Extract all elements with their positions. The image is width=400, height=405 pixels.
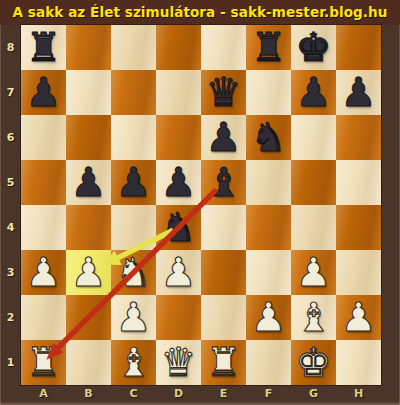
square-f3[interactable] — [246, 250, 291, 295]
piece-white-pawn[interactable]: ♟ — [66, 250, 111, 295]
piece-black-rook[interactable]: ♜ — [246, 25, 291, 70]
square-d1[interactable]: ♛ — [156, 340, 201, 385]
piece-black-pawn[interactable]: ♟ — [21, 70, 66, 115]
rank-label-1: 1 — [0, 340, 21, 385]
chess-app-window: A sakk az Élet szimulátora - sakk-mester… — [0, 0, 400, 405]
file-label-e: E — [201, 385, 246, 405]
square-g7[interactable]: ♟ — [291, 70, 336, 115]
square-a1[interactable]: ♜ — [21, 340, 66, 385]
title-bar: A sakk az Élet szimulátora - sakk-mester… — [0, 0, 400, 25]
square-b5[interactable]: ♟ — [66, 160, 111, 205]
square-e7[interactable]: ♛ — [201, 70, 246, 115]
piece-black-knight[interactable]: ♞ — [156, 205, 201, 250]
square-a6[interactable] — [21, 115, 66, 160]
piece-white-pawn[interactable]: ♟ — [21, 250, 66, 295]
square-f7[interactable] — [246, 70, 291, 115]
file-label-b: B — [66, 385, 111, 405]
piece-white-pawn[interactable]: ♟ — [156, 250, 201, 295]
square-e6[interactable]: ♟ — [201, 115, 246, 160]
rank-label-6: 6 — [0, 115, 21, 160]
piece-white-pawn[interactable]: ♟ — [246, 295, 291, 340]
file-label-d: D — [156, 385, 201, 405]
square-b2[interactable] — [66, 295, 111, 340]
piece-black-king[interactable]: ♚ — [291, 25, 336, 70]
square-g6[interactable] — [291, 115, 336, 160]
square-g2[interactable]: ♝ — [291, 295, 336, 340]
piece-black-pawn[interactable]: ♟ — [156, 160, 201, 205]
square-b1[interactable] — [66, 340, 111, 385]
square-a2[interactable] — [21, 295, 66, 340]
rank-labels: 87654321 — [0, 25, 21, 385]
file-label-g: G — [291, 385, 336, 405]
square-h3[interactable] — [336, 250, 381, 295]
square-c4[interactable] — [111, 205, 156, 250]
square-b6[interactable] — [66, 115, 111, 160]
square-h8[interactable] — [336, 25, 381, 70]
piece-black-bishop[interactable]: ♝ — [201, 160, 246, 205]
square-c2[interactable]: ♟ — [111, 295, 156, 340]
file-label-f: F — [246, 385, 291, 405]
square-d2[interactable] — [156, 295, 201, 340]
piece-black-pawn[interactable]: ♟ — [111, 160, 156, 205]
square-h5[interactable] — [336, 160, 381, 205]
square-f8[interactable]: ♜ — [246, 25, 291, 70]
piece-black-pawn[interactable]: ♟ — [291, 70, 336, 115]
square-b8[interactable] — [66, 25, 111, 70]
square-a4[interactable] — [21, 205, 66, 250]
square-a3[interactable]: ♟ — [21, 250, 66, 295]
square-b4[interactable] — [66, 205, 111, 250]
square-g1[interactable]: ♚ — [291, 340, 336, 385]
square-e2[interactable] — [201, 295, 246, 340]
square-h6[interactable] — [336, 115, 381, 160]
square-g4[interactable] — [291, 205, 336, 250]
piece-white-rook[interactable]: ♜ — [21, 340, 66, 385]
piece-black-pawn[interactable]: ♟ — [66, 160, 111, 205]
file-label-c: C — [111, 385, 156, 405]
square-d5[interactable]: ♟ — [156, 160, 201, 205]
square-c6[interactable] — [111, 115, 156, 160]
square-c5[interactable]: ♟ — [111, 160, 156, 205]
square-c8[interactable] — [111, 25, 156, 70]
square-f2[interactable]: ♟ — [246, 295, 291, 340]
rank-label-8: 8 — [0, 25, 21, 70]
square-f6[interactable]: ♞ — [246, 115, 291, 160]
piece-black-rook[interactable]: ♜ — [21, 25, 66, 70]
square-f5[interactable] — [246, 160, 291, 205]
piece-white-queen[interactable]: ♛ — [156, 340, 201, 385]
square-d7[interactable] — [156, 70, 201, 115]
file-label-h: H — [336, 385, 381, 405]
rank-label-5: 5 — [0, 160, 21, 205]
square-h1[interactable] — [336, 340, 381, 385]
rank-label-2: 2 — [0, 295, 21, 340]
square-f4[interactable] — [246, 205, 291, 250]
square-d4[interactable]: ♞ — [156, 205, 201, 250]
square-h2[interactable]: ♟ — [336, 295, 381, 340]
piece-white-knight[interactable]: ♞ — [111, 250, 156, 295]
square-g8[interactable]: ♚ — [291, 25, 336, 70]
piece-white-bishop[interactable]: ♝ — [111, 340, 156, 385]
piece-white-king[interactable]: ♚ — [291, 340, 336, 385]
piece-black-knight[interactable]: ♞ — [246, 115, 291, 160]
piece-white-pawn[interactable]: ♟ — [336, 295, 381, 340]
square-g3[interactable]: ♟ — [291, 250, 336, 295]
square-h7[interactable]: ♟ — [336, 70, 381, 115]
square-d3[interactable]: ♟ — [156, 250, 201, 295]
square-d8[interactable] — [156, 25, 201, 70]
square-c1[interactable]: ♝ — [111, 340, 156, 385]
square-g5[interactable] — [291, 160, 336, 205]
square-e1[interactable]: ♜ — [201, 340, 246, 385]
square-e5[interactable]: ♝ — [201, 160, 246, 205]
rank-label-3: 3 — [0, 250, 21, 295]
square-e8[interactable] — [201, 25, 246, 70]
page-title: A sakk az Élet szimulátora - sakk-mester… — [12, 0, 387, 24]
square-b7[interactable] — [66, 70, 111, 115]
rank-label-4: 4 — [0, 205, 21, 250]
square-a8[interactable]: ♜ — [21, 25, 66, 70]
square-b3[interactable]: ♟ — [66, 250, 111, 295]
piece-black-pawn[interactable]: ♟ — [336, 70, 381, 115]
square-c7[interactable] — [111, 70, 156, 115]
piece-black-queen[interactable]: ♛ — [201, 70, 246, 115]
square-e4[interactable] — [201, 205, 246, 250]
piece-white-pawn[interactable]: ♟ — [111, 295, 156, 340]
piece-white-bishop[interactable]: ♝ — [291, 295, 336, 340]
file-label-a: A — [21, 385, 66, 405]
file-labels: ABCDEFGH — [21, 385, 381, 405]
piece-black-pawn[interactable]: ♟ — [201, 115, 246, 160]
square-e3[interactable] — [201, 250, 246, 295]
square-f1[interactable] — [246, 340, 291, 385]
chess-board: ♜♜♚♟♛♟♟♟♞♟♟♟♝♞♟♟♞♟♟♟♟♝♟♜♝♛♜♚ — [21, 25, 381, 385]
square-d6[interactable] — [156, 115, 201, 160]
square-c3[interactable]: ♞ — [111, 250, 156, 295]
piece-white-pawn[interactable]: ♟ — [291, 250, 336, 295]
piece-white-rook[interactable]: ♜ — [201, 340, 246, 385]
square-a5[interactable] — [21, 160, 66, 205]
square-h4[interactable] — [336, 205, 381, 250]
square-a7[interactable]: ♟ — [21, 70, 66, 115]
rank-label-7: 7 — [0, 70, 21, 115]
